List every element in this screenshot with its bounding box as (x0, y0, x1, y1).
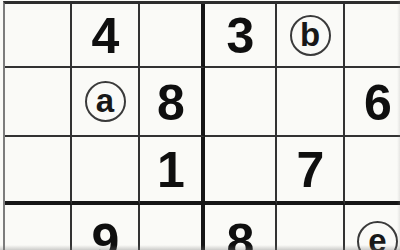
cell-r3c1[interactable] (5, 137, 72, 205)
sudoku-board: 43ba861798e (3, 1, 400, 250)
cell-r1c5[interactable]: b (277, 4, 345, 68)
cell-r1c2[interactable]: 4 (72, 4, 140, 68)
cell-r2c5[interactable] (277, 68, 345, 137)
digit-glyph: 8 (157, 78, 184, 128)
cell-r4c3[interactable] (140, 205, 205, 250)
cell-r4c2[interactable]: 9 (72, 205, 140, 250)
cell-r3c3[interactable]: 1 (140, 137, 205, 205)
cell-r2c3[interactable]: 8 (140, 68, 205, 137)
cell-r3c6[interactable] (345, 137, 400, 205)
digit-glyph: 9 (92, 217, 119, 250)
circled-letter: b (290, 15, 331, 56)
cell-r3c5[interactable]: 7 (277, 137, 345, 205)
digit-glyph: 4 (92, 11, 119, 61)
cell-r2c6[interactable]: 6 (345, 68, 400, 137)
digit-glyph: 3 (227, 11, 254, 61)
cell-r2c1[interactable] (5, 68, 72, 137)
cell-r2c4[interactable] (205, 68, 277, 137)
cell-r1c1[interactable] (5, 4, 72, 68)
sudoku-screenshot: 43ba861798e (0, 0, 400, 250)
circled-letter-glyph: e (368, 224, 386, 250)
circled-letter-glyph: b (300, 18, 320, 51)
cell-r4c1[interactable] (5, 205, 72, 250)
cell-r1c6[interactable] (345, 4, 400, 68)
cell-r3c4[interactable] (205, 137, 277, 205)
circled-letter: a (85, 81, 126, 122)
cell-r1c4[interactable]: 3 (205, 4, 277, 68)
cell-r3c2[interactable] (72, 137, 140, 205)
cell-r4c6[interactable]: e (345, 205, 400, 250)
digit-glyph: 6 (364, 78, 391, 128)
circled-letter-glyph: a (96, 84, 114, 117)
digit-glyph: 8 (227, 217, 254, 250)
circled-letter: e (357, 221, 398, 250)
cell-r4c5[interactable] (277, 205, 345, 250)
digit-glyph: 7 (297, 145, 324, 195)
cell-r2c2[interactable]: a (72, 68, 140, 137)
cell-r1c3[interactable] (140, 4, 205, 68)
digit-glyph: 1 (157, 145, 184, 195)
cell-r4c4[interactable]: 8 (205, 205, 277, 250)
